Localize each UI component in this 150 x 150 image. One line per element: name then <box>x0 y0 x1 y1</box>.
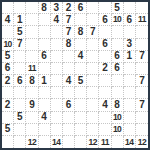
cell-r5-c5[interactable] <box>63 63 75 75</box>
cell-r9-c1-given: 5 <box>14 112 26 124</box>
cell-r9-c6[interactable] <box>75 112 87 124</box>
cell-r10-c10[interactable] <box>124 124 136 136</box>
cell-r11-c3[interactable] <box>39 136 51 148</box>
cell-r8-c6[interactable] <box>75 99 87 111</box>
cell-r9-c2[interactable] <box>26 112 38 124</box>
cell-r9-c9-given: 10 <box>112 112 124 124</box>
cell-r7-c3[interactable] <box>39 87 51 99</box>
cell-r11-c9[interactable] <box>112 136 124 148</box>
cell-r9-c7[interactable] <box>87 112 99 124</box>
cell-r11-c0[interactable] <box>2 136 14 148</box>
fillomino-board: 8326541476106115787107863564617611262681… <box>0 0 150 150</box>
cell-r4-c11-given: 7 <box>136 51 148 63</box>
cell-r8-c9-given: 8 <box>112 99 124 111</box>
cell-r10-c2[interactable] <box>26 124 38 136</box>
cell-r8-c3[interactable] <box>39 99 51 111</box>
cell-r3-c8-given: 6 <box>99 39 111 51</box>
cell-r7-c11[interactable] <box>136 87 148 99</box>
cell-r4-c0-given: 5 <box>2 51 14 63</box>
cell-r10-c6[interactable] <box>75 124 87 136</box>
cell-r5-c8-given: 2 <box>99 63 111 75</box>
cell-r2-c3[interactable] <box>39 26 51 38</box>
cell-r0-c7[interactable] <box>87 2 99 14</box>
cell-r1-c6[interactable] <box>75 14 87 26</box>
cell-r3-c7[interactable] <box>87 39 99 51</box>
cell-r1-c2[interactable] <box>26 14 38 26</box>
cell-r10-c1[interactable] <box>14 124 26 136</box>
cell-r9-c5[interactable] <box>63 112 75 124</box>
cell-r2-c4[interactable] <box>51 26 63 38</box>
cell-r0-c6-given: 6 <box>75 2 87 14</box>
cell-r10-c5[interactable] <box>63 124 75 136</box>
cell-r11-c7-given: 12 <box>87 136 99 148</box>
cell-r5-c2-given: 11 <box>26 63 38 75</box>
cell-r1-c7[interactable] <box>87 14 99 26</box>
cell-r8-c10[interactable] <box>124 99 136 111</box>
cell-r1-c4-given: 4 <box>51 14 63 26</box>
cell-r1-c5-given: 7 <box>63 14 75 26</box>
cell-r10-c8[interactable] <box>99 124 111 136</box>
cell-r9-c11[interactable] <box>136 112 148 124</box>
cell-r4-c8[interactable] <box>99 51 111 63</box>
cell-r4-c3-given: 6 <box>39 51 51 63</box>
cell-r6-c4[interactable] <box>51 75 63 87</box>
cell-r8-c1[interactable] <box>14 99 26 111</box>
puzzle-viewport: 8326541476106115787107863564617611262681… <box>0 0 150 150</box>
cell-r11-c10-given: 14 <box>124 136 136 148</box>
cell-r2-c0[interactable] <box>2 26 14 38</box>
cell-r6-c9[interactable] <box>112 75 124 87</box>
cell-r7-c8[interactable] <box>99 87 111 99</box>
cell-r4-c5[interactable] <box>63 51 75 63</box>
cell-r11-c8-given: 11 <box>99 136 111 148</box>
cell-r6-c5-given: 4 <box>63 75 75 87</box>
cell-r9-c4[interactable] <box>51 112 63 124</box>
cell-r0-c3-given: 8 <box>39 2 51 14</box>
cell-r4-c7[interactable] <box>87 51 99 63</box>
cell-r3-c10-given: 3 <box>124 39 136 51</box>
cell-r9-c0[interactable] <box>2 112 14 124</box>
cell-r7-c7[interactable] <box>87 87 99 99</box>
cell-r3-c11[interactable] <box>136 39 148 51</box>
cell-r0-c10[interactable] <box>124 2 136 14</box>
cell-r3-c2[interactable] <box>26 39 38 51</box>
cell-r4-c10-given: 1 <box>124 51 136 63</box>
cell-r8-c0-given: 2 <box>2 99 14 111</box>
cell-r2-c11[interactable] <box>136 26 148 38</box>
cell-r2-c10[interactable] <box>124 26 136 38</box>
cell-r6-c6-given: 5 <box>75 75 87 87</box>
cell-r2-c2[interactable] <box>26 26 38 38</box>
cell-r10-c7[interactable] <box>87 124 99 136</box>
cell-r11-c2-given: 12 <box>26 136 38 148</box>
cell-r7-c10[interactable] <box>124 87 136 99</box>
cell-r7-c5[interactable] <box>63 87 75 99</box>
cell-r6-c1-given: 6 <box>14 75 26 87</box>
cell-r2-c7-given: 7 <box>87 26 99 38</box>
cell-r5-c3[interactable] <box>39 63 51 75</box>
cell-r10-c11[interactable] <box>136 124 148 136</box>
cell-r11-c4-given: 14 <box>51 136 63 148</box>
cell-r5-c9-given: 6 <box>112 63 124 75</box>
cell-r7-c0[interactable] <box>2 87 14 99</box>
cell-r7-c1[interactable] <box>14 87 26 99</box>
cell-r4-c1[interactable] <box>14 51 26 63</box>
cell-r4-c6-given: 4 <box>75 51 87 63</box>
cell-r8-c7[interactable] <box>87 99 99 111</box>
cell-r8-c5-given: 6 <box>63 99 75 111</box>
cell-r2-c9[interactable] <box>112 26 124 38</box>
cell-r6-c7[interactable] <box>87 75 99 87</box>
cell-r4-c2[interactable] <box>26 51 38 63</box>
cell-r9-c3-given: 4 <box>39 112 51 124</box>
cell-r3-c5-given: 8 <box>63 39 75 51</box>
cell-r0-c5-given: 2 <box>63 2 75 14</box>
cell-r0-c9-given: 5 <box>112 2 124 14</box>
cell-r1-c1-given: 1 <box>14 14 26 26</box>
cell-r1-c8-given: 6 <box>99 14 111 26</box>
cell-r3-c6[interactable] <box>75 39 87 51</box>
cell-r8-c4[interactable] <box>51 99 63 111</box>
cell-r2-c8[interactable] <box>99 26 111 38</box>
cell-r0-c0[interactable] <box>2 2 14 14</box>
cell-r8-c2-given: 9 <box>26 99 38 111</box>
cell-r1-c10-given: 6 <box>124 14 136 26</box>
cell-r5-c0-given: 6 <box>2 63 14 75</box>
cell-r0-c1[interactable] <box>14 2 26 14</box>
cell-r8-c11-given: 7 <box>136 99 148 111</box>
cell-r9-c10[interactable] <box>124 112 136 124</box>
cell-r5-c7[interactable] <box>87 63 99 75</box>
cell-r7-c4[interactable] <box>51 87 63 99</box>
cell-r1-c9-given: 10 <box>112 14 124 26</box>
cell-r11-c11-given: 12 <box>136 136 148 148</box>
cell-r3-c9[interactable] <box>112 39 124 51</box>
cell-r4-c4[interactable] <box>51 51 63 63</box>
cell-r0-c2[interactable] <box>26 2 38 14</box>
cell-r1-c3[interactable] <box>39 14 51 26</box>
cell-r1-c0-given: 4 <box>2 14 14 26</box>
cell-r0-c4-given: 3 <box>51 2 63 14</box>
cell-r9-c8[interactable] <box>99 112 111 124</box>
cell-r3-c1-given: 7 <box>14 39 26 51</box>
cell-r6-c11-given: 7 <box>136 75 148 87</box>
cell-r2-c1-given: 5 <box>14 26 26 38</box>
cell-r6-c3-given: 1 <box>39 75 51 87</box>
cell-r0-c11[interactable] <box>136 2 148 14</box>
cell-r10-c4[interactable] <box>51 124 63 136</box>
cell-r5-c6[interactable] <box>75 63 87 75</box>
cell-r11-c1[interactable] <box>14 136 26 148</box>
cell-r7-c2[interactable] <box>26 87 38 99</box>
cell-r5-c1[interactable] <box>14 63 26 75</box>
cell-r6-c0-given: 2 <box>2 75 14 87</box>
cell-r6-c2-given: 8 <box>26 75 38 87</box>
cell-r7-c6[interactable] <box>75 87 87 99</box>
cell-r10-c3[interactable] <box>39 124 51 136</box>
cell-r3-c3[interactable] <box>39 39 51 51</box>
cell-r10-c9-given: 10 <box>112 124 124 136</box>
cell-r3-c0-given: 10 <box>2 39 14 51</box>
cell-r11-c6[interactable] <box>75 136 87 148</box>
cell-r0-c8[interactable] <box>99 2 111 14</box>
cell-r5-c4[interactable] <box>51 63 63 75</box>
cell-r5-c11[interactable] <box>136 63 148 75</box>
cell-r1-c11-given: 11 <box>136 14 148 26</box>
cell-r2-c5-given: 7 <box>63 26 75 38</box>
cell-r7-c9[interactable] <box>112 87 124 99</box>
cell-r8-c8-given: 4 <box>99 99 111 111</box>
cell-r10-c0-given: 5 <box>2 124 14 136</box>
cell-r6-c8[interactable] <box>99 75 111 87</box>
cell-r11-c5[interactable] <box>63 136 75 148</box>
cell-r5-c10[interactable] <box>124 63 136 75</box>
cell-r3-c4[interactable] <box>51 39 63 51</box>
cell-r2-c6-given: 8 <box>75 26 87 38</box>
cell-r6-c10[interactable] <box>124 75 136 87</box>
cell-r4-c9-given: 6 <box>112 51 124 63</box>
